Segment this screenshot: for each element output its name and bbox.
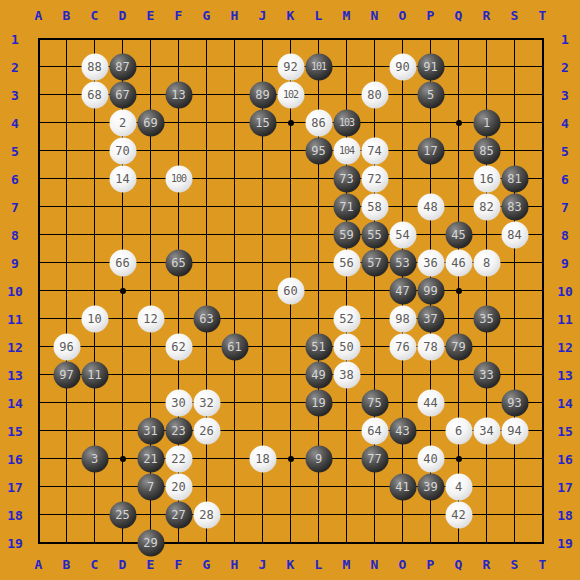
stone-white-78: 78 <box>417 333 444 360</box>
stone-white-100: 100 <box>165 165 192 192</box>
stone-white-26: 26 <box>193 417 220 444</box>
stone-black-15: 15 <box>249 109 276 136</box>
move-number: 36 <box>423 257 437 269</box>
move-number: 39 <box>423 481 437 493</box>
stone-black-87: 87 <box>109 53 136 80</box>
star-point-D10 <box>120 288 126 294</box>
stone-white-6: 6 <box>445 417 472 444</box>
move-number: 43 <box>395 425 409 437</box>
row-label-left-18: 18 <box>7 507 23 522</box>
move-number: 13 <box>171 89 185 101</box>
row-label-right-12: 12 <box>557 339 573 354</box>
move-number: 62 <box>171 341 185 353</box>
row-label-left-11: 11 <box>7 311 23 326</box>
move-number: 103 <box>339 118 354 128</box>
stone-white-66: 66 <box>109 249 136 276</box>
row-label-left-3: 3 <box>11 87 19 102</box>
move-number: 92 <box>283 61 297 73</box>
move-number: 21 <box>143 453 157 465</box>
col-label-bottom-E: E <box>147 557 155 572</box>
col-label-top-O: O <box>399 8 407 23</box>
stone-black-11: 11 <box>81 361 108 388</box>
col-label-bottom-T: T <box>539 557 547 572</box>
move-number: 85 <box>479 145 493 157</box>
stone-black-47: 47 <box>389 277 416 304</box>
move-number: 89 <box>255 89 269 101</box>
stone-black-35: 35 <box>473 305 500 332</box>
col-label-bottom-L: L <box>315 557 323 572</box>
row-label-left-10: 10 <box>7 283 23 298</box>
stone-white-34: 34 <box>473 417 500 444</box>
move-number: 48 <box>423 201 437 213</box>
col-label-bottom-M: M <box>343 557 351 572</box>
stone-white-14: 14 <box>109 165 136 192</box>
stone-white-68: 68 <box>81 81 108 108</box>
move-number: 57 <box>367 257 381 269</box>
col-label-top-E: E <box>147 8 155 23</box>
stone-black-51: 51 <box>305 333 332 360</box>
stone-white-16: 16 <box>473 165 500 192</box>
col-label-bottom-N: N <box>371 557 379 572</box>
move-number: 54 <box>395 229 409 241</box>
col-label-top-Q: Q <box>455 8 463 23</box>
move-number: 22 <box>171 453 185 465</box>
move-number: 56 <box>339 257 353 269</box>
stone-black-61: 61 <box>221 333 248 360</box>
col-label-top-M: M <box>343 8 351 23</box>
move-number: 59 <box>339 229 353 241</box>
move-number: 84 <box>507 229 521 241</box>
row-label-left-14: 14 <box>7 395 23 410</box>
stone-white-12: 12 <box>137 305 164 332</box>
move-number: 26 <box>199 425 213 437</box>
stone-white-2: 2 <box>109 109 136 136</box>
move-number: 67 <box>115 89 129 101</box>
col-label-bottom-C: C <box>91 557 99 572</box>
stone-black-39: 39 <box>417 473 444 500</box>
row-label-right-3: 3 <box>561 87 569 102</box>
move-number: 86 <box>311 117 325 129</box>
move-number: 12 <box>143 313 157 325</box>
stone-black-43: 43 <box>389 417 416 444</box>
move-number: 25 <box>115 509 129 521</box>
move-number: 83 <box>507 201 521 213</box>
row-label-left-8: 8 <box>11 227 19 242</box>
stone-black-69: 69 <box>137 109 164 136</box>
stone-white-82: 82 <box>473 193 500 220</box>
move-number: 10 <box>87 313 101 325</box>
stone-black-7: 7 <box>137 473 164 500</box>
star-point-Q10 <box>456 288 462 294</box>
move-number: 98 <box>395 313 409 325</box>
row-label-left-12: 12 <box>7 339 23 354</box>
stone-black-1: 1 <box>473 109 500 136</box>
col-label-top-C: C <box>91 8 99 23</box>
move-number: 6 <box>455 425 462 437</box>
stone-white-92: 92 <box>277 53 304 80</box>
move-number: 73 <box>339 173 353 185</box>
move-number: 33 <box>479 369 493 381</box>
row-label-right-11: 11 <box>557 311 573 326</box>
star-point-K16 <box>288 456 294 462</box>
move-number: 17 <box>423 145 437 157</box>
stone-black-65: 65 <box>165 249 192 276</box>
stone-white-72: 72 <box>361 165 388 192</box>
stone-black-17: 17 <box>417 137 444 164</box>
move-number: 99 <box>423 285 437 297</box>
stone-white-38: 38 <box>333 361 360 388</box>
stone-black-49: 49 <box>305 361 332 388</box>
row-label-left-7: 7 <box>11 199 19 214</box>
col-label-bottom-G: G <box>203 557 211 572</box>
row-label-left-5: 5 <box>11 143 19 158</box>
stone-black-73: 73 <box>333 165 360 192</box>
move-number: 81 <box>507 173 521 185</box>
col-label-bottom-K: K <box>287 557 295 572</box>
row-label-right-17: 17 <box>557 479 573 494</box>
row-label-right-15: 15 <box>557 423 573 438</box>
stone-white-74: 74 <box>361 137 388 164</box>
stone-white-36: 36 <box>417 249 444 276</box>
move-number: 49 <box>311 369 325 381</box>
move-number: 76 <box>395 341 409 353</box>
col-label-bottom-A: A <box>35 557 43 572</box>
move-number: 94 <box>507 425 521 437</box>
move-number: 91 <box>423 61 437 73</box>
move-number: 55 <box>367 229 381 241</box>
stone-black-95: 95 <box>305 137 332 164</box>
stone-white-20: 20 <box>165 473 192 500</box>
stone-black-83: 83 <box>501 193 528 220</box>
col-label-top-G: G <box>203 8 211 23</box>
stone-white-22: 22 <box>165 445 192 472</box>
row-label-left-16: 16 <box>7 451 23 466</box>
star-point-Q4 <box>456 120 462 126</box>
stone-white-52: 52 <box>333 305 360 332</box>
stone-black-91: 91 <box>417 53 444 80</box>
stone-white-62: 62 <box>165 333 192 360</box>
col-label-bottom-R: R <box>483 557 491 572</box>
stone-white-84: 84 <box>501 221 528 248</box>
move-number: 9 <box>315 453 322 465</box>
move-number: 87 <box>115 61 129 73</box>
row-label-left-6: 6 <box>11 171 19 186</box>
move-number: 74 <box>367 145 381 157</box>
row-label-left-4: 4 <box>11 115 19 130</box>
col-label-bottom-F: F <box>175 557 183 572</box>
move-number: 42 <box>451 509 465 521</box>
col-label-bottom-O: O <box>399 557 407 572</box>
stone-white-58: 58 <box>361 193 388 220</box>
stone-white-48: 48 <box>417 193 444 220</box>
stone-black-57: 57 <box>361 249 388 276</box>
move-number: 14 <box>115 173 129 185</box>
col-label-top-P: P <box>427 8 435 23</box>
move-number: 100 <box>171 174 186 184</box>
move-number: 96 <box>59 341 73 353</box>
col-label-top-S: S <box>511 8 519 23</box>
move-number: 75 <box>367 397 381 409</box>
stone-white-80: 80 <box>361 81 388 108</box>
move-number: 72 <box>367 173 381 185</box>
stone-white-76: 76 <box>389 333 416 360</box>
stone-black-97: 97 <box>53 361 80 388</box>
stone-black-55: 55 <box>361 221 388 248</box>
stone-black-25: 25 <box>109 501 136 528</box>
stone-black-9: 9 <box>305 445 332 472</box>
move-number: 78 <box>423 341 437 353</box>
stone-white-18: 18 <box>249 445 276 472</box>
move-number: 20 <box>171 481 185 493</box>
star-point-Q16 <box>456 456 462 462</box>
move-number: 41 <box>395 481 409 493</box>
stone-black-53: 53 <box>389 249 416 276</box>
stone-black-89: 89 <box>249 81 276 108</box>
col-label-top-J: J <box>259 8 267 23</box>
stone-white-98: 98 <box>389 305 416 332</box>
move-number: 66 <box>115 257 129 269</box>
stone-black-31: 31 <box>137 417 164 444</box>
stone-black-85: 85 <box>473 137 500 164</box>
move-number: 51 <box>311 341 325 353</box>
move-number: 88 <box>87 61 101 73</box>
move-number: 101 <box>311 62 326 72</box>
row-label-left-2: 2 <box>11 59 19 74</box>
stone-white-44: 44 <box>417 389 444 416</box>
row-label-right-6: 6 <box>561 171 569 186</box>
col-label-bottom-J: J <box>259 557 267 572</box>
col-label-top-N: N <box>371 8 379 23</box>
stone-black-79: 79 <box>445 333 472 360</box>
stone-white-32: 32 <box>193 389 220 416</box>
stone-white-30: 30 <box>165 389 192 416</box>
move-number: 23 <box>171 425 185 437</box>
stone-white-64: 64 <box>361 417 388 444</box>
star-point-D16 <box>120 456 126 462</box>
row-label-left-9: 9 <box>11 255 19 270</box>
col-label-bottom-B: B <box>63 557 71 572</box>
stone-black-27: 27 <box>165 501 192 528</box>
col-label-bottom-Q: Q <box>455 557 463 572</box>
move-number: 97 <box>59 369 73 381</box>
move-number: 44 <box>423 397 437 409</box>
row-label-right-19: 19 <box>557 535 573 550</box>
col-label-top-K: K <box>287 8 295 23</box>
row-label-right-5: 5 <box>561 143 569 158</box>
move-number: 93 <box>507 397 521 409</box>
row-label-right-16: 16 <box>557 451 573 466</box>
move-number: 30 <box>171 397 185 409</box>
move-number: 18 <box>255 453 269 465</box>
move-number: 45 <box>451 229 465 241</box>
move-number: 40 <box>423 453 437 465</box>
stone-white-102: 102 <box>277 81 304 108</box>
move-number: 8 <box>483 257 490 269</box>
star-point-K4 <box>288 120 294 126</box>
stone-black-29: 29 <box>137 529 164 556</box>
stone-black-21: 21 <box>137 445 164 472</box>
move-number: 15 <box>255 117 269 129</box>
row-label-right-18: 18 <box>557 507 573 522</box>
stone-black-103: 103 <box>333 109 360 136</box>
row-label-right-14: 14 <box>557 395 573 410</box>
row-label-left-15: 15 <box>7 423 23 438</box>
move-number: 52 <box>339 313 353 325</box>
move-number: 46 <box>451 257 465 269</box>
stone-black-23: 23 <box>165 417 192 444</box>
row-label-right-4: 4 <box>561 115 569 130</box>
stone-white-4: 4 <box>445 473 472 500</box>
move-number: 80 <box>367 89 381 101</box>
stone-white-94: 94 <box>501 417 528 444</box>
move-number: 50 <box>339 341 353 353</box>
stone-black-71: 71 <box>333 193 360 220</box>
stone-white-8: 8 <box>473 249 500 276</box>
stone-white-54: 54 <box>389 221 416 248</box>
move-number: 16 <box>479 173 493 185</box>
stone-white-50: 50 <box>333 333 360 360</box>
stone-white-28: 28 <box>193 501 220 528</box>
stone-black-41: 41 <box>389 473 416 500</box>
stone-black-13: 13 <box>165 81 192 108</box>
move-number: 71 <box>339 201 353 213</box>
stone-white-56: 56 <box>333 249 360 276</box>
move-number: 65 <box>171 257 185 269</box>
stone-black-67: 67 <box>109 81 136 108</box>
row-label-left-17: 17 <box>7 479 23 494</box>
move-number: 58 <box>367 201 381 213</box>
stone-black-101: 101 <box>305 53 332 80</box>
move-number: 102 <box>283 90 298 100</box>
row-label-left-19: 19 <box>7 535 23 550</box>
stone-white-88: 88 <box>81 53 108 80</box>
move-number: 68 <box>87 89 101 101</box>
move-number: 47 <box>395 285 409 297</box>
stone-black-93: 93 <box>501 389 528 416</box>
move-number: 69 <box>143 117 157 129</box>
move-number: 79 <box>451 341 465 353</box>
move-number: 95 <box>311 145 325 157</box>
go-board-diagram[interactable]: ABCDEFGHJKLMNOPQRST ABCDEFGHJKLMNOPQRST … <box>0 0 580 580</box>
move-number: 63 <box>199 313 213 325</box>
stone-white-10: 10 <box>81 305 108 332</box>
move-number: 38 <box>339 369 353 381</box>
stone-black-77: 77 <box>361 445 388 472</box>
move-number: 35 <box>479 313 493 325</box>
stone-black-45: 45 <box>445 221 472 248</box>
row-label-right-9: 9 <box>561 255 569 270</box>
col-label-bottom-H: H <box>231 557 239 572</box>
row-label-right-1: 1 <box>561 31 569 46</box>
stone-white-46: 46 <box>445 249 472 276</box>
stone-white-90: 90 <box>389 53 416 80</box>
stone-black-99: 99 <box>417 277 444 304</box>
move-number: 53 <box>395 257 409 269</box>
move-number: 27 <box>171 509 185 521</box>
row-label-left-13: 13 <box>7 367 23 382</box>
move-number: 5 <box>427 89 434 101</box>
move-number: 29 <box>143 537 157 549</box>
move-number: 7 <box>147 481 154 493</box>
col-label-top-T: T <box>539 8 547 23</box>
stone-black-5: 5 <box>417 81 444 108</box>
stone-black-33: 33 <box>473 361 500 388</box>
stone-white-86: 86 <box>305 109 332 136</box>
move-number: 61 <box>227 341 241 353</box>
col-label-top-B: B <box>63 8 71 23</box>
stone-white-40: 40 <box>417 445 444 472</box>
stone-black-19: 19 <box>305 389 332 416</box>
stone-white-104: 104 <box>333 137 360 164</box>
move-number: 3 <box>91 453 98 465</box>
stone-white-70: 70 <box>109 137 136 164</box>
move-number: 104 <box>339 146 354 156</box>
move-number: 82 <box>479 201 493 213</box>
move-number: 4 <box>455 481 462 493</box>
move-number: 64 <box>367 425 381 437</box>
stone-white-60: 60 <box>277 277 304 304</box>
move-number: 70 <box>115 145 129 157</box>
row-label-left-1: 1 <box>11 31 19 46</box>
row-label-right-13: 13 <box>557 367 573 382</box>
move-number: 60 <box>283 285 297 297</box>
stone-black-75: 75 <box>361 389 388 416</box>
stone-black-63: 63 <box>193 305 220 332</box>
stone-black-3: 3 <box>81 445 108 472</box>
move-number: 34 <box>479 425 493 437</box>
move-number: 37 <box>423 313 437 325</box>
row-label-right-2: 2 <box>561 59 569 74</box>
move-number: 28 <box>199 509 213 521</box>
move-number: 32 <box>199 397 213 409</box>
stone-white-96: 96 <box>53 333 80 360</box>
move-number: 2 <box>119 117 126 129</box>
stone-black-81: 81 <box>501 165 528 192</box>
col-label-top-R: R <box>483 8 491 23</box>
row-label-right-8: 8 <box>561 227 569 242</box>
col-label-top-L: L <box>315 8 323 23</box>
move-number: 1 <box>483 117 490 129</box>
col-label-bottom-P: P <box>427 557 435 572</box>
col-label-top-H: H <box>231 8 239 23</box>
col-label-bottom-S: S <box>511 557 519 572</box>
stone-black-59: 59 <box>333 221 360 248</box>
col-label-top-F: F <box>175 8 183 23</box>
col-label-top-A: A <box>35 8 43 23</box>
row-label-right-7: 7 <box>561 199 569 214</box>
row-label-right-10: 10 <box>557 283 573 298</box>
move-number: 19 <box>311 397 325 409</box>
stone-white-42: 42 <box>445 501 472 528</box>
col-label-top-D: D <box>119 8 127 23</box>
move-number: 11 <box>87 369 101 381</box>
col-label-bottom-D: D <box>119 557 127 572</box>
move-number: 90 <box>395 61 409 73</box>
stone-black-37: 37 <box>417 305 444 332</box>
move-number: 31 <box>143 425 157 437</box>
move-number: 77 <box>367 453 381 465</box>
